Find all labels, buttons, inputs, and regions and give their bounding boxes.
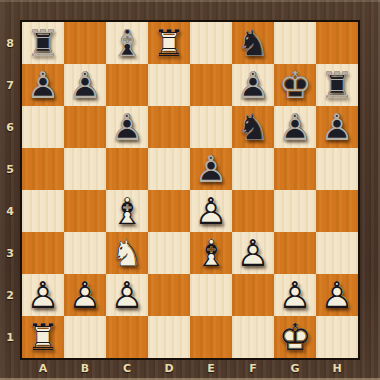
square-b3[interactable] (64, 232, 106, 274)
square-d6[interactable] (148, 106, 190, 148)
black-rook[interactable]: ♜♖ (316, 64, 358, 106)
square-h7[interactable]: ♜♖ (316, 64, 358, 106)
file-label-g: G (274, 358, 316, 378)
black-rook[interactable]: ♜♖ (22, 22, 64, 64)
rank-label-5: 5 (0, 148, 20, 190)
rank-label-1: 1 (0, 316, 20, 358)
piece-outline: ♙ (190, 190, 232, 232)
square-f3[interactable]: ♟♙ (232, 232, 274, 274)
square-d1[interactable] (148, 316, 190, 358)
piece-outline: ♘ (106, 232, 148, 274)
square-a1[interactable]: ♜♖ (22, 316, 64, 358)
square-c3[interactable]: ♞♘ (106, 232, 148, 274)
white-bishop[interactable]: ♝♗ (190, 232, 232, 274)
square-a6[interactable] (22, 106, 64, 148)
square-e5[interactable]: ♟♙ (190, 148, 232, 190)
black-pawn[interactable]: ♟♙ (64, 64, 106, 106)
piece-outline: ♙ (106, 274, 148, 316)
square-d8[interactable]: ♜♖ (148, 22, 190, 64)
white-pawn[interactable]: ♟♙ (190, 190, 232, 232)
square-f6[interactable]: ♞♘ (232, 106, 274, 148)
black-knight[interactable]: ♞♘ (232, 106, 274, 148)
white-pawn[interactable]: ♟♙ (106, 274, 148, 316)
rank-label-4: 4 (0, 190, 20, 232)
piece-outline: ♙ (316, 274, 358, 316)
rank-label-7: 7 (0, 64, 20, 106)
square-f5[interactable] (232, 148, 274, 190)
square-e3[interactable]: ♝♗ (190, 232, 232, 274)
square-e4[interactable]: ♟♙ (190, 190, 232, 232)
file-label-h: H (316, 358, 358, 378)
white-bishop[interactable]: ♝♗ (106, 190, 148, 232)
rank-label-3: 3 (0, 232, 20, 274)
rank-label-8: 8 (0, 22, 20, 64)
square-a7[interactable]: ♟♙ (22, 64, 64, 106)
square-g5[interactable] (274, 148, 316, 190)
square-d7[interactable] (148, 64, 190, 106)
square-h3[interactable] (316, 232, 358, 274)
white-pawn[interactable]: ♟♙ (274, 274, 316, 316)
black-bishop[interactable]: ♝♗ (106, 22, 148, 64)
square-c8[interactable]: ♝♗ (106, 22, 148, 64)
square-e2[interactable] (190, 274, 232, 316)
black-king[interactable]: ♚♔ (274, 64, 316, 106)
piece-outline: ♙ (22, 64, 64, 106)
square-a5[interactable] (22, 148, 64, 190)
square-c7[interactable] (106, 64, 148, 106)
piece-outline: ♔ (274, 64, 316, 106)
file-label-b: B (64, 358, 106, 378)
rank-label-6: 6 (0, 106, 20, 148)
piece-outline: ♙ (316, 106, 358, 148)
piece-outline: ♖ (148, 22, 190, 64)
black-pawn[interactable]: ♟♙ (274, 106, 316, 148)
square-c1[interactable] (106, 316, 148, 358)
square-f2[interactable] (232, 274, 274, 316)
square-h1[interactable] (316, 316, 358, 358)
square-d5[interactable] (148, 148, 190, 190)
piece-outline: ♗ (106, 22, 148, 64)
square-e7[interactable] (190, 64, 232, 106)
file-labels: ABCDEFGH (22, 358, 358, 378)
file-label-a: A (22, 358, 64, 378)
piece-outline: ♙ (64, 64, 106, 106)
square-g6[interactable]: ♟♙ (274, 106, 316, 148)
square-a4[interactable] (22, 190, 64, 232)
square-e6[interactable] (190, 106, 232, 148)
black-pawn[interactable]: ♟♙ (22, 64, 64, 106)
piece-outline: ♖ (316, 64, 358, 106)
square-d3[interactable] (148, 232, 190, 274)
square-d2[interactable] (148, 274, 190, 316)
square-f1[interactable] (232, 316, 274, 358)
white-king[interactable]: ♚♔ (274, 316, 316, 358)
square-g7[interactable]: ♚♔ (274, 64, 316, 106)
square-a8[interactable]: ♜♖ (22, 22, 64, 64)
square-e1[interactable] (190, 316, 232, 358)
black-pawn[interactable]: ♟♙ (106, 106, 148, 148)
piece-outline: ♙ (274, 274, 316, 316)
piece-outline: ♙ (274, 106, 316, 148)
square-a3[interactable] (22, 232, 64, 274)
piece-outline: ♙ (190, 148, 232, 190)
square-h8[interactable] (316, 22, 358, 64)
square-h2[interactable]: ♟♙ (316, 274, 358, 316)
piece-outline: ♙ (106, 106, 148, 148)
piece-outline: ♔ (274, 316, 316, 358)
piece-outline: ♙ (232, 64, 274, 106)
file-label-e: E (190, 358, 232, 378)
piece-outline: ♗ (190, 232, 232, 274)
piece-outline: ♘ (232, 106, 274, 148)
square-f4[interactable] (232, 190, 274, 232)
white-pawn[interactable]: ♟♙ (22, 274, 64, 316)
square-f7[interactable]: ♟♙ (232, 64, 274, 106)
square-g2[interactable]: ♟♙ (274, 274, 316, 316)
chess-board: ♜♖♝♗♜♖♞♘♟♙♟♙♟♙♚♔♜♖♟♙♞♘♟♙♟♙♟♙♝♗♟♙♞♘♝♗♟♙♟♙… (22, 22, 358, 358)
square-b7[interactable]: ♟♙ (64, 64, 106, 106)
file-label-d: D (148, 358, 190, 378)
square-d4[interactable] (148, 190, 190, 232)
square-h6[interactable]: ♟♙ (316, 106, 358, 148)
rank-label-2: 2 (0, 274, 20, 316)
piece-outline: ♘ (232, 22, 274, 64)
white-rook[interactable]: ♜♖ (148, 22, 190, 64)
square-b8[interactable] (64, 22, 106, 64)
white-pawn[interactable]: ♟♙ (316, 274, 358, 316)
piece-outline: ♗ (106, 190, 148, 232)
square-f8[interactable]: ♞♘ (232, 22, 274, 64)
chess-board-frame: 87654321 ABCDEFGH ♜♖♝♗♜♖♞♘♟♙♟♙♟♙♚♔♜♖♟♙♞♘… (0, 0, 380, 380)
square-g3[interactable] (274, 232, 316, 274)
square-b1[interactable] (64, 316, 106, 358)
square-c6[interactable]: ♟♙ (106, 106, 148, 148)
white-rook[interactable]: ♜♖ (22, 316, 64, 358)
piece-outline: ♖ (22, 22, 64, 64)
file-label-f: F (232, 358, 274, 378)
square-c2[interactable]: ♟♙ (106, 274, 148, 316)
piece-outline: ♙ (64, 274, 106, 316)
piece-outline: ♙ (232, 232, 274, 274)
file-label-c: C (106, 358, 148, 378)
square-b6[interactable] (64, 106, 106, 148)
black-pawn[interactable]: ♟♙ (316, 106, 358, 148)
square-b2[interactable]: ♟♙ (64, 274, 106, 316)
square-b5[interactable] (64, 148, 106, 190)
piece-outline: ♙ (22, 274, 64, 316)
black-pawn[interactable]: ♟♙ (232, 64, 274, 106)
square-g4[interactable] (274, 190, 316, 232)
piece-outline: ♖ (22, 316, 64, 358)
board-outline: ♜♖♝♗♜♖♞♘♟♙♟♙♟♙♚♔♜♖♟♙♞♘♟♙♟♙♟♙♝♗♟♙♞♘♝♗♟♙♟♙… (20, 20, 360, 360)
square-c4[interactable]: ♝♗ (106, 190, 148, 232)
square-g1[interactable]: ♚♔ (274, 316, 316, 358)
square-e8[interactable] (190, 22, 232, 64)
square-g8[interactable] (274, 22, 316, 64)
square-h5[interactable] (316, 148, 358, 190)
black-knight[interactable]: ♞♘ (232, 22, 274, 64)
square-b4[interactable] (64, 190, 106, 232)
square-h4[interactable] (316, 190, 358, 232)
square-c5[interactable] (106, 148, 148, 190)
white-pawn[interactable]: ♟♙ (64, 274, 106, 316)
black-pawn[interactable]: ♟♙ (190, 148, 232, 190)
square-a2[interactable]: ♟♙ (22, 274, 64, 316)
white-knight[interactable]: ♞♘ (106, 232, 148, 274)
rank-labels: 87654321 (0, 22, 20, 358)
white-pawn[interactable]: ♟♙ (232, 232, 274, 274)
